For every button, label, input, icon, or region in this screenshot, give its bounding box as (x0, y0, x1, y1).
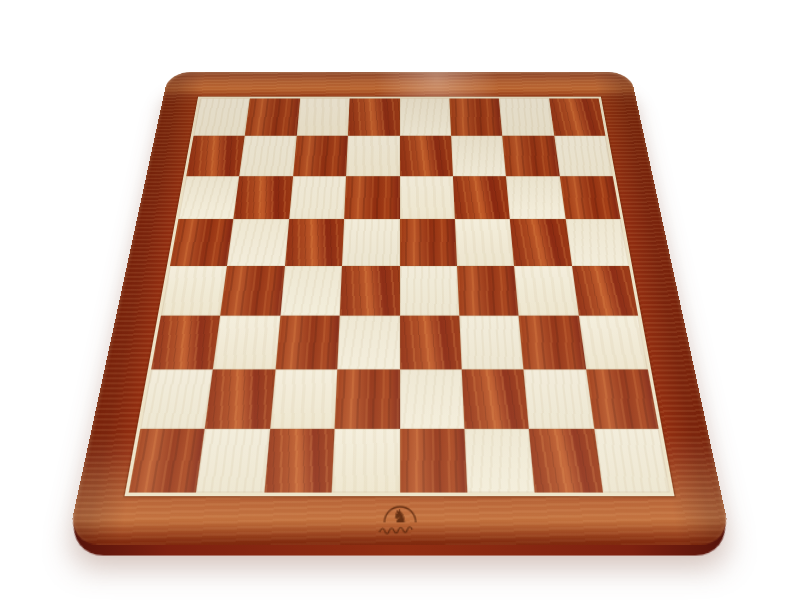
square-c1 (264, 428, 335, 492)
square-b1 (196, 428, 270, 492)
square-c8 (297, 98, 350, 135)
square-b6 (234, 176, 293, 219)
square-f6 (453, 176, 510, 219)
square-d1 (332, 428, 400, 492)
square-h2 (586, 370, 659, 429)
square-g3 (519, 316, 586, 370)
square-b4 (221, 266, 285, 316)
square-e4 (400, 266, 460, 316)
square-e1 (400, 428, 468, 492)
square-d4 (340, 266, 400, 316)
square-b3 (213, 316, 280, 370)
square-h3 (578, 316, 647, 370)
square-f8 (449, 98, 502, 135)
square-h1 (594, 428, 670, 492)
square-c4 (280, 266, 342, 316)
square-a6 (178, 176, 239, 219)
square-e2 (400, 370, 465, 429)
square-g1 (529, 428, 603, 492)
square-a5 (170, 219, 234, 265)
square-b8 (245, 98, 300, 135)
square-g5 (510, 219, 572, 265)
square-d5 (342, 219, 399, 265)
square-b5 (227, 219, 289, 265)
square-d8 (348, 98, 399, 135)
square-f2 (462, 370, 529, 429)
chess-board: ♞ (67, 72, 732, 545)
square-h6 (559, 176, 620, 219)
square-a4 (161, 266, 227, 316)
brand-logo: ♞ (373, 500, 427, 541)
square-d2 (335, 370, 400, 429)
knight-icon: ♞ (391, 506, 407, 527)
square-a7 (186, 136, 245, 176)
square-a2 (140, 370, 213, 429)
square-f5 (455, 219, 514, 265)
square-c2 (270, 370, 337, 429)
square-a3 (151, 316, 220, 370)
photo-background: ♞ (0, 0, 800, 600)
square-g6 (506, 176, 565, 219)
square-a8 (194, 98, 251, 135)
logo-script-text (379, 527, 412, 534)
square-e3 (400, 316, 462, 370)
square-c5 (285, 219, 344, 265)
square-f7 (451, 136, 506, 176)
square-e6 (400, 176, 455, 219)
square-h7 (554, 136, 613, 176)
square-c7 (293, 136, 348, 176)
square-g7 (502, 136, 559, 176)
playing-field (125, 97, 675, 497)
square-a1 (129, 428, 205, 492)
square-h5 (565, 219, 629, 265)
square-e8 (400, 98, 451, 135)
square-f4 (457, 266, 519, 316)
square-d7 (346, 136, 399, 176)
square-b7 (240, 136, 297, 176)
square-h8 (549, 98, 606, 135)
square-g4 (514, 266, 578, 316)
board-grid (129, 98, 671, 492)
square-f3 (459, 316, 524, 370)
square-d6 (344, 176, 399, 219)
square-c6 (289, 176, 346, 219)
square-e5 (400, 219, 457, 265)
square-g2 (524, 370, 594, 429)
square-d3 (337, 316, 399, 370)
square-c3 (275, 316, 340, 370)
square-b2 (205, 370, 275, 429)
square-e7 (400, 136, 453, 176)
square-g8 (499, 98, 554, 135)
square-h4 (572, 266, 638, 316)
square-f1 (464, 428, 535, 492)
